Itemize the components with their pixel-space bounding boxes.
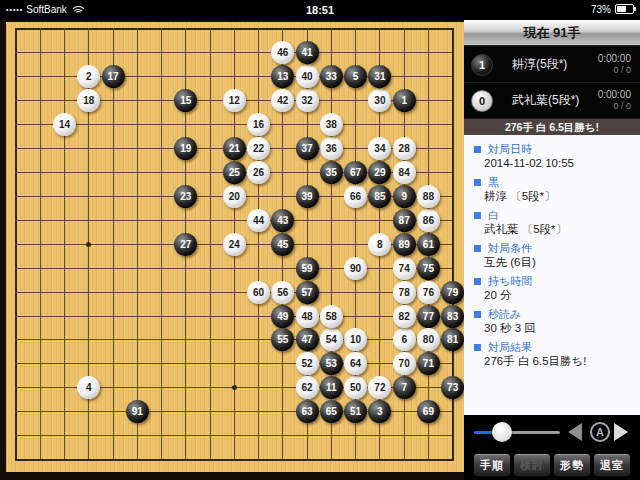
leave-room-button[interactable]: 退室 <box>593 453 631 477</box>
white-stone-64: 64 <box>344 352 367 375</box>
moves-button[interactable]: 手順 <box>473 453 511 477</box>
white-stone-10: 10 <box>344 328 367 351</box>
white-stone-88: 88 <box>417 185 440 208</box>
black-stone-11: 11 <box>320 376 343 399</box>
white-stone-34: 34 <box>368 137 391 160</box>
black-stone-25: 25 <box>223 161 246 184</box>
white-stone-icon: 0 <box>471 90 493 112</box>
white-stone-54: 54 <box>320 328 343 351</box>
star-point <box>86 242 91 247</box>
black-stone-1: 1 <box>393 89 416 112</box>
white-stone-30: 30 <box>368 89 391 112</box>
grid-line <box>15 268 454 269</box>
status-right: 73% <box>591 0 634 20</box>
info-item-date: 対局日時 2014-11-02 10:55 <box>464 142 640 171</box>
white-stone-22: 22 <box>247 137 270 160</box>
player-row-white: 0 武礼葉(5段*) 0:00:00 0 / 0 <box>464 82 640 118</box>
black-stone-31: 31 <box>368 65 391 88</box>
white-stone-78: 78 <box>393 281 416 304</box>
black-player-name: 耕淳(5段*) <box>512 47 567 82</box>
black-stone-63: 63 <box>296 400 319 423</box>
black-stone-67: 67 <box>344 161 367 184</box>
grid-line <box>15 339 454 340</box>
white-stone-52: 52 <box>296 352 319 375</box>
black-clock-periods: 0 / 0 <box>598 65 631 76</box>
white-stone-32: 32 <box>296 89 319 112</box>
black-stone-17: 17 <box>102 65 125 88</box>
white-stone-66: 66 <box>344 185 367 208</box>
info-value: 2014-11-02 10:55 <box>464 156 640 171</box>
black-stone-87: 87 <box>393 209 416 232</box>
white-stone-18: 18 <box>77 89 100 112</box>
prev-move-button[interactable] <box>568 423 582 441</box>
white-stone-60: 60 <box>247 281 270 304</box>
info-item-main-time: 持ち時間 20 分 <box>464 274 640 303</box>
black-player-clock: 0:00:00 0 / 0 <box>598 52 631 76</box>
goban[interactable]: 1234567891011121314151617181920212223242… <box>0 20 464 480</box>
white-stone-62: 62 <box>296 376 319 399</box>
black-stone-57: 57 <box>296 281 319 304</box>
black-stone-91: 91 <box>126 400 149 423</box>
white-player-name: 武礼葉(5段*) <box>512 83 579 118</box>
bullet-icon <box>474 146 481 153</box>
move-slider-thumb[interactable] <box>492 422 512 442</box>
white-stone-14: 14 <box>53 113 76 136</box>
white-stone-16: 16 <box>247 113 270 136</box>
info-item-result: 対局結果 276手 白 6.5目勝ち! <box>464 340 640 369</box>
white-stone-74: 74 <box>393 257 416 280</box>
black-stone-89: 89 <box>393 233 416 256</box>
black-stone-43: 43 <box>271 209 294 232</box>
white-stone-72: 72 <box>368 376 391 399</box>
goban-grid: 1234567891011121314151617181920212223242… <box>0 20 464 480</box>
info-label: 対局結果 <box>488 340 532 355</box>
bullet-icon <box>474 245 481 252</box>
bullet-icon <box>474 179 481 186</box>
white-stone-48: 48 <box>296 305 319 328</box>
white-stone-20: 20 <box>223 185 246 208</box>
info-value: 30 秒 3 回 <box>464 321 640 336</box>
info-value: 20 分 <box>464 288 640 303</box>
white-stone-80: 80 <box>417 328 440 351</box>
white-stone-70: 70 <box>393 352 416 375</box>
auto-play-button[interactable]: A <box>590 422 610 442</box>
grid-line <box>15 435 454 436</box>
black-stone-41: 41 <box>296 41 319 64</box>
white-stone-90: 90 <box>344 257 367 280</box>
bullet-icon <box>474 278 481 285</box>
info-item-byoyomi: 秒読み 30 秒 3 回 <box>464 307 640 336</box>
black-stone-81: 81 <box>441 328 464 351</box>
white-clock-time: 0:00:00 <box>598 88 631 101</box>
grid-line <box>15 363 454 364</box>
black-stone-35: 35 <box>320 161 343 184</box>
black-stone-77: 77 <box>417 305 440 328</box>
black-stone-73: 73 <box>441 376 464 399</box>
white-stone-82: 82 <box>393 305 416 328</box>
white-stone-42: 42 <box>271 89 294 112</box>
black-clock-time: 0:00:00 <box>598 52 631 65</box>
info-value: 武礼葉 〔5段*〕 <box>464 222 640 237</box>
black-stone-7: 7 <box>393 376 416 399</box>
black-stone-37: 37 <box>296 137 319 160</box>
white-stone-84: 84 <box>393 161 416 184</box>
info-value: 耕淳 〔5段*〕 <box>464 189 640 204</box>
black-stone-21: 21 <box>223 137 246 160</box>
status-bar: •••••SoftBank 18:51 73% <box>0 0 640 20</box>
black-stone-29: 29 <box>368 161 391 184</box>
white-stone-2: 2 <box>77 65 100 88</box>
info-label: 対局日時 <box>488 142 532 157</box>
review-button[interactable]: 検討 <box>513 453 551 477</box>
black-stone-23: 23 <box>174 185 197 208</box>
black-stone-3: 3 <box>368 400 391 423</box>
move-counter-header: 現在 91手 <box>464 20 640 46</box>
info-label: 白 <box>488 208 499 223</box>
black-stone-19: 19 <box>174 137 197 160</box>
black-stone-79: 79 <box>441 281 464 304</box>
black-stone-33: 33 <box>320 65 343 88</box>
grid-line <box>15 459 454 461</box>
white-stone-6: 6 <box>393 328 416 351</box>
grid-line <box>15 292 454 293</box>
black-stone-51: 51 <box>344 400 367 423</box>
bullet-icon <box>474 311 481 318</box>
info-value: 互先 (6目) <box>464 255 640 270</box>
white-stone-46: 46 <box>271 41 294 64</box>
white-stone-36: 36 <box>320 137 343 160</box>
black-stone-13: 13 <box>271 65 294 88</box>
next-move-button[interactable] <box>614 423 628 441</box>
info-item-white: 白 武礼葉 〔5段*〕 <box>464 208 640 237</box>
info-label: 対局条件 <box>488 241 532 256</box>
black-stone-55: 55 <box>271 328 294 351</box>
white-stone-58: 58 <box>320 305 343 328</box>
white-stone-24: 24 <box>223 233 246 256</box>
white-stone-44: 44 <box>247 209 270 232</box>
info-label: 持ち時間 <box>488 274 532 289</box>
move-slider-track[interactable] <box>474 431 560 434</box>
black-stone-5: 5 <box>344 65 367 88</box>
players-panel: 1 耕淳(5段*) 0:00:00 0 / 0 0 武礼葉(5段*) 0:00:… <box>464 46 640 118</box>
info-item-black: 黒 耕淳 〔5段*〕 <box>464 175 640 204</box>
white-player-clock: 0:00:00 0 / 0 <box>598 88 631 112</box>
black-stone-27: 27 <box>174 233 197 256</box>
grid-line <box>15 316 454 317</box>
black-stone-61: 61 <box>417 233 440 256</box>
app-screen: •••••SoftBank 18:51 73% 1234567891011121… <box>0 0 640 480</box>
white-stone-12: 12 <box>223 89 246 112</box>
estimate-button[interactable]: 形勢 <box>553 453 591 477</box>
white-stone-28: 28 <box>393 137 416 160</box>
white-stone-40: 40 <box>296 65 319 88</box>
white-stone-26: 26 <box>247 161 270 184</box>
white-stone-8: 8 <box>368 233 391 256</box>
status-clock: 18:51 <box>0 0 640 20</box>
black-stone-75: 75 <box>417 257 440 280</box>
black-stone-83: 83 <box>441 305 464 328</box>
battery-icon <box>615 4 634 14</box>
sidebar: 現在 91手 1 耕淳(5段*) 0:00:00 0 / 0 0 武礼葉(5段*… <box>464 20 640 480</box>
black-stone-65: 65 <box>320 400 343 423</box>
black-stone-45: 45 <box>271 233 294 256</box>
bottom-button-bar: 手順 検討 形勢 退室 <box>464 450 640 480</box>
white-stone-38: 38 <box>320 113 343 136</box>
black-stone-9: 9 <box>393 185 416 208</box>
white-clock-periods: 0 / 0 <box>598 101 631 112</box>
white-stone-4: 4 <box>77 376 100 399</box>
info-label: 黒 <box>488 175 499 190</box>
info-item-conditions: 対局条件 互先 (6目) <box>464 241 640 270</box>
battery-percent-label: 73% <box>591 4 611 15</box>
black-stone-39: 39 <box>296 185 319 208</box>
info-label: 秒読み <box>488 307 521 322</box>
black-stone-71: 71 <box>417 352 440 375</box>
grid-line <box>258 28 259 461</box>
replay-controls: A <box>464 415 640 450</box>
white-stone-56: 56 <box>271 281 294 304</box>
black-stone-69: 69 <box>417 400 440 423</box>
white-stone-50: 50 <box>344 376 367 399</box>
black-stone-53: 53 <box>320 352 343 375</box>
bullet-icon <box>474 212 481 219</box>
black-stone-icon: 1 <box>471 54 493 76</box>
white-stone-86: 86 <box>417 209 440 232</box>
star-point <box>232 385 237 390</box>
game-info-panel: 対局日時 2014-11-02 10:55 黒 耕淳 〔5段*〕 白 武礼葉 〔… <box>464 135 640 415</box>
info-value: 276手 白 6.5目勝ち! <box>464 354 640 369</box>
black-stone-85: 85 <box>368 185 391 208</box>
black-stone-47: 47 <box>296 328 319 351</box>
white-stone-76: 76 <box>417 281 440 304</box>
black-stone-59: 59 <box>296 257 319 280</box>
black-stone-49: 49 <box>271 305 294 328</box>
bullet-icon <box>474 344 481 351</box>
player-row-black: 1 耕淳(5段*) 0:00:00 0 / 0 <box>464 47 640 82</box>
black-stone-15: 15 <box>174 89 197 112</box>
